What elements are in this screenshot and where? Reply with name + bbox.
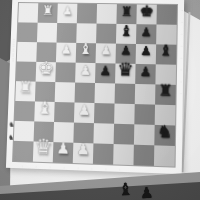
square-f5 [94, 103, 115, 124]
piece-bP-c7: ♟ [140, 45, 152, 58]
square-h8 [154, 145, 175, 166]
square-f7 [134, 104, 155, 125]
square-h6 [113, 144, 134, 165]
board-edge-print-left: ·········· [11, 39, 16, 63]
square-g7 [134, 124, 155, 145]
piece-bR-a6: ♜ [121, 5, 133, 18]
square-f3 [54, 102, 74, 123]
square-c1 [17, 42, 37, 62]
piece-wB-c4: ♝ [79, 42, 93, 57]
square-g6 [114, 124, 135, 145]
square-h7 [133, 145, 154, 166]
square-h5 [93, 143, 114, 164]
square-g5 [93, 123, 114, 144]
square-e7 [135, 84, 156, 105]
piece-wQ-h2: ♛ [34, 137, 53, 159]
piece-wP-d4: ♟ [79, 64, 91, 77]
square-a8 [156, 5, 177, 25]
piece-wP-h4: ♟ [76, 142, 90, 158]
chess-board: ♚♛♜♜♝♝♟♟♟♟♟♟♟♚♛♜♜♝♝♞♟♟♟♟♟ ·········· · ·… [6, 0, 184, 174]
piece-bN-g8: ♞ [157, 123, 173, 141]
square-e6 [115, 83, 136, 104]
square-e3 [55, 82, 75, 102]
board-edge-print-bottom: · · · · · · · · [22, 164, 127, 172]
square-b2 [37, 23, 57, 43]
square-e5 [94, 83, 115, 104]
piece-bP-d7: ♟ [139, 65, 151, 78]
piece-wP-f4: ♟ [78, 103, 91, 117]
piece-wB-f2: ♝ [37, 99, 53, 117]
square-b3 [57, 23, 77, 43]
piece-bK-a7: ♚ [139, 3, 154, 19]
square-a5 [97, 4, 117, 24]
square-e4 [75, 83, 95, 103]
square-g1 [14, 121, 34, 142]
square-a4 [77, 4, 97, 24]
square-d3 [55, 62, 75, 82]
board-corner-setup-icon: ♞ [8, 135, 14, 142]
square-h1 [13, 141, 33, 162]
piece-wR-e1: ♜ [18, 80, 32, 96]
piece-wP-c3: ♟ [60, 44, 71, 57]
piece-bQ-d6: ♛ [117, 61, 134, 79]
square-f1 [15, 101, 35, 121]
piece-bR-e8: ♜ [158, 84, 173, 100]
piece-wP-h3: ♟ [56, 142, 70, 158]
piece-bB-c8: ♝ [159, 44, 173, 60]
piece-bP-b7: ♟ [141, 26, 152, 38]
piece-bP-c6: ♟ [120, 45, 132, 58]
square-f6 [114, 104, 135, 125]
board-corner-setup-icon: ♞ [8, 122, 14, 129]
board-playing-area: ♚♛♜♜♝♝♟♟♟♟♟♟♟♚♛♜♜♝♝♞♟♟♟♟♟ [13, 3, 177, 167]
captured-black-pawn: ♟ [140, 186, 154, 200]
square-b5 [96, 24, 116, 44]
board-edge-print-right: · · · · · · · · [178, 10, 183, 100]
piece-wK-d2: ♚ [38, 59, 54, 77]
piece-wR-a2: ♜ [42, 4, 54, 17]
piece-bB-b6: ♝ [119, 24, 132, 39]
square-b1 [17, 22, 37, 42]
captured-black-bishop: ♝ [118, 181, 134, 199]
piece-wP-a3: ♟ [62, 6, 72, 17]
square-a1 [18, 3, 38, 23]
piece-bP-d5: ♟ [99, 64, 111, 77]
photo-chessboard-scene: ♚♛♜♜♝♝♟♟♟♟♟♟♟♚♛♜♜♝♝♞♟♟♟♟♟ ·········· · ·… [0, 0, 200, 200]
piece-wP-c5: ♟ [100, 45, 111, 58]
